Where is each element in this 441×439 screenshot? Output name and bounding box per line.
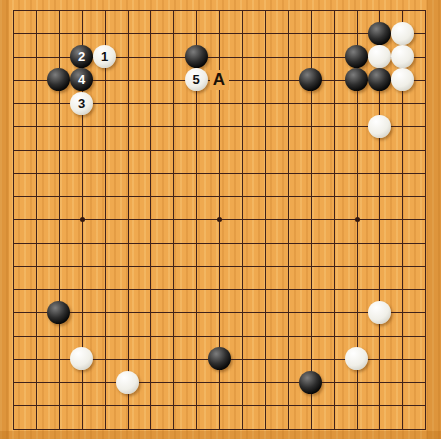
- intersection[interactable]: [391, 324, 414, 347]
- intersection[interactable]: [116, 347, 139, 370]
- intersection[interactable]: [162, 68, 185, 91]
- intersection[interactable]: [70, 208, 93, 231]
- intersection[interactable]: [345, 347, 368, 370]
- point-label-A[interactable]: A: [210, 70, 229, 90]
- intersection[interactable]: [208, 91, 231, 114]
- intersection[interactable]: [230, 0, 253, 22]
- intersection[interactable]: [2, 417, 25, 439]
- intersection[interactable]: [276, 184, 299, 207]
- intersection[interactable]: [70, 324, 93, 347]
- intersection[interactable]: [322, 370, 345, 393]
- intersection[interactable]: [345, 91, 368, 114]
- intersection[interactable]: [185, 208, 208, 231]
- intersection[interactable]: [116, 45, 139, 68]
- intersection[interactable]: [185, 161, 208, 184]
- intersection[interactable]: [368, 417, 391, 439]
- intersection[interactable]: [116, 417, 139, 439]
- intersection[interactable]: [391, 394, 414, 417]
- intersection[interactable]: [47, 161, 70, 184]
- intersection[interactable]: [368, 115, 391, 138]
- intersection[interactable]: [139, 370, 162, 393]
- intersection[interactable]: [24, 115, 47, 138]
- intersection[interactable]: [139, 417, 162, 439]
- intersection[interactable]: [414, 22, 437, 45]
- intersection[interactable]: [24, 370, 47, 393]
- intersection[interactable]: [93, 91, 116, 114]
- intersection[interactable]: [414, 231, 437, 254]
- intersection[interactable]: [162, 138, 185, 161]
- intersection[interactable]: [24, 347, 47, 370]
- intersection[interactable]: [208, 184, 231, 207]
- intersection[interactable]: [139, 161, 162, 184]
- intersection[interactable]: [299, 370, 322, 393]
- intersection[interactable]: [368, 91, 391, 114]
- intersection[interactable]: [414, 138, 437, 161]
- intersection[interactable]: [139, 45, 162, 68]
- intersection[interactable]: [391, 0, 414, 22]
- intersection[interactable]: [208, 115, 231, 138]
- intersection[interactable]: [276, 394, 299, 417]
- intersection[interactable]: [414, 68, 437, 91]
- intersection[interactable]: [139, 208, 162, 231]
- intersection[interactable]: [2, 91, 25, 114]
- intersection[interactable]: [208, 254, 231, 277]
- intersection[interactable]: [230, 231, 253, 254]
- intersection[interactable]: [47, 324, 70, 347]
- intersection[interactable]: [322, 301, 345, 324]
- intersection[interactable]: [24, 394, 47, 417]
- intersection[interactable]: [253, 68, 276, 91]
- intersection[interactable]: [24, 254, 47, 277]
- intersection[interactable]: [391, 22, 414, 45]
- intersection[interactable]: [24, 0, 47, 22]
- intersection[interactable]: [162, 301, 185, 324]
- intersection[interactable]: [70, 301, 93, 324]
- intersection[interactable]: [230, 370, 253, 393]
- intersection[interactable]: [162, 22, 185, 45]
- intersection[interactable]: 5: [185, 68, 208, 91]
- intersection[interactable]: [345, 254, 368, 277]
- intersection[interactable]: [276, 254, 299, 277]
- intersection[interactable]: [322, 91, 345, 114]
- intersection[interactable]: [322, 68, 345, 91]
- intersection[interactable]: [116, 22, 139, 45]
- intersection[interactable]: [345, 68, 368, 91]
- intersection[interactable]: [230, 161, 253, 184]
- intersection[interactable]: [116, 231, 139, 254]
- intersection[interactable]: [47, 417, 70, 439]
- intersection[interactable]: [391, 45, 414, 68]
- intersection[interactable]: [47, 138, 70, 161]
- intersection[interactable]: [322, 231, 345, 254]
- intersection[interactable]: [322, 115, 345, 138]
- intersection[interactable]: [47, 277, 70, 300]
- intersection[interactable]: [139, 254, 162, 277]
- intersection[interactable]: [299, 115, 322, 138]
- intersection[interactable]: [185, 301, 208, 324]
- intersection[interactable]: [368, 254, 391, 277]
- intersection[interactable]: [70, 254, 93, 277]
- intersection[interactable]: [162, 208, 185, 231]
- intersection[interactable]: [299, 45, 322, 68]
- intersection[interactable]: [162, 370, 185, 393]
- intersection[interactable]: [345, 394, 368, 417]
- intersection[interactable]: [299, 68, 322, 91]
- intersection[interactable]: [93, 417, 116, 439]
- intersection[interactable]: [276, 370, 299, 393]
- intersection[interactable]: [185, 184, 208, 207]
- intersection[interactable]: [139, 301, 162, 324]
- intersection[interactable]: [139, 347, 162, 370]
- intersection[interactable]: [116, 161, 139, 184]
- intersection[interactable]: [276, 277, 299, 300]
- intersection[interactable]: [345, 22, 368, 45]
- intersection[interactable]: [322, 208, 345, 231]
- intersection[interactable]: [414, 324, 437, 347]
- intersection[interactable]: [391, 370, 414, 393]
- intersection[interactable]: [24, 138, 47, 161]
- intersection[interactable]: [208, 0, 231, 22]
- intersection[interactable]: [322, 417, 345, 439]
- intersection[interactable]: [322, 254, 345, 277]
- intersection[interactable]: [208, 277, 231, 300]
- intersection[interactable]: [116, 138, 139, 161]
- intersection[interactable]: [47, 347, 70, 370]
- intersection[interactable]: [368, 68, 391, 91]
- intersection[interactable]: [70, 277, 93, 300]
- intersection[interactable]: [93, 184, 116, 207]
- intersection[interactable]: [414, 254, 437, 277]
- intersection[interactable]: [2, 370, 25, 393]
- intersection[interactable]: [391, 208, 414, 231]
- intersection[interactable]: [322, 138, 345, 161]
- intersection[interactable]: [230, 184, 253, 207]
- intersection[interactable]: [2, 277, 25, 300]
- intersection[interactable]: [253, 231, 276, 254]
- intersection[interactable]: [139, 138, 162, 161]
- intersection[interactable]: [345, 138, 368, 161]
- intersection[interactable]: [414, 161, 437, 184]
- intersection[interactable]: [253, 370, 276, 393]
- intersection[interactable]: [162, 347, 185, 370]
- intersection[interactable]: [276, 138, 299, 161]
- intersection[interactable]: [230, 22, 253, 45]
- intersection[interactable]: [322, 277, 345, 300]
- intersection[interactable]: [276, 68, 299, 91]
- intersection[interactable]: [345, 277, 368, 300]
- intersection[interactable]: [299, 184, 322, 207]
- intersection[interactable]: [414, 347, 437, 370]
- intersection[interactable]: [2, 184, 25, 207]
- intersection[interactable]: [208, 208, 231, 231]
- intersection[interactable]: [162, 231, 185, 254]
- intersection[interactable]: [253, 394, 276, 417]
- intersection[interactable]: [24, 161, 47, 184]
- intersection[interactable]: [116, 208, 139, 231]
- intersection[interactable]: [24, 68, 47, 91]
- intersection[interactable]: [47, 370, 70, 393]
- intersection[interactable]: [368, 184, 391, 207]
- intersection[interactable]: [24, 208, 47, 231]
- intersection[interactable]: [70, 161, 93, 184]
- intersection[interactable]: [208, 138, 231, 161]
- intersection[interactable]: [345, 324, 368, 347]
- intersection[interactable]: [230, 91, 253, 114]
- intersection[interactable]: [47, 254, 70, 277]
- intersection[interactable]: [230, 68, 253, 91]
- intersection[interactable]: [185, 370, 208, 393]
- intersection[interactable]: [253, 347, 276, 370]
- intersection[interactable]: [368, 370, 391, 393]
- intersection[interactable]: [70, 231, 93, 254]
- intersection[interactable]: [253, 91, 276, 114]
- intersection[interactable]: [93, 347, 116, 370]
- intersection[interactable]: [47, 91, 70, 114]
- intersection[interactable]: [24, 417, 47, 439]
- intersection[interactable]: [299, 277, 322, 300]
- intersection[interactable]: [299, 138, 322, 161]
- intersection[interactable]: [139, 277, 162, 300]
- intersection[interactable]: [230, 301, 253, 324]
- intersection[interactable]: [276, 22, 299, 45]
- intersection[interactable]: [162, 45, 185, 68]
- intersection[interactable]: [391, 277, 414, 300]
- intersection[interactable]: [116, 324, 139, 347]
- intersection[interactable]: [345, 0, 368, 22]
- intersection[interactable]: [70, 138, 93, 161]
- intersection[interactable]: [299, 301, 322, 324]
- intersection[interactable]: [162, 394, 185, 417]
- intersection[interactable]: [93, 115, 116, 138]
- intersection[interactable]: [2, 115, 25, 138]
- intersection[interactable]: [276, 91, 299, 114]
- intersection[interactable]: [93, 394, 116, 417]
- intersection[interactable]: [2, 45, 25, 68]
- intersection[interactable]: [70, 417, 93, 439]
- intersection[interactable]: [322, 22, 345, 45]
- intersection[interactable]: [185, 0, 208, 22]
- intersection[interactable]: [47, 115, 70, 138]
- intersection[interactable]: [116, 277, 139, 300]
- intersection[interactable]: [345, 301, 368, 324]
- intersection[interactable]: [208, 231, 231, 254]
- intersection[interactable]: [139, 0, 162, 22]
- intersection[interactable]: [322, 324, 345, 347]
- intersection[interactable]: [162, 91, 185, 114]
- intersection[interactable]: [139, 394, 162, 417]
- intersection[interactable]: [322, 394, 345, 417]
- intersection[interactable]: [93, 138, 116, 161]
- intersection[interactable]: [391, 138, 414, 161]
- intersection[interactable]: [299, 161, 322, 184]
- intersection[interactable]: [299, 91, 322, 114]
- intersection[interactable]: [299, 324, 322, 347]
- intersection[interactable]: [299, 231, 322, 254]
- intersection[interactable]: [368, 301, 391, 324]
- intersection[interactable]: [253, 161, 276, 184]
- intersection[interactable]: [47, 184, 70, 207]
- intersection[interactable]: [162, 277, 185, 300]
- intersection[interactable]: [162, 254, 185, 277]
- intersection[interactable]: [368, 394, 391, 417]
- intersection[interactable]: [230, 254, 253, 277]
- intersection[interactable]: [253, 115, 276, 138]
- intersection[interactable]: [276, 347, 299, 370]
- intersection[interactable]: [116, 91, 139, 114]
- intersection[interactable]: [139, 231, 162, 254]
- intersection[interactable]: [414, 45, 437, 68]
- intersection[interactable]: [253, 45, 276, 68]
- intersection[interactable]: [299, 254, 322, 277]
- intersection[interactable]: [230, 417, 253, 439]
- intersection[interactable]: [391, 161, 414, 184]
- intersection[interactable]: [47, 394, 70, 417]
- intersection[interactable]: [230, 394, 253, 417]
- intersection[interactable]: [208, 370, 231, 393]
- intersection[interactable]: [185, 45, 208, 68]
- intersection[interactable]: [70, 115, 93, 138]
- intersection[interactable]: [345, 184, 368, 207]
- intersection[interactable]: [391, 301, 414, 324]
- intersection[interactable]: [162, 115, 185, 138]
- intersection[interactable]: [24, 277, 47, 300]
- intersection[interactable]: [208, 161, 231, 184]
- intersection[interactable]: [185, 231, 208, 254]
- intersection[interactable]: [208, 347, 231, 370]
- intersection[interactable]: [368, 22, 391, 45]
- intersection[interactable]: [116, 370, 139, 393]
- intersection[interactable]: [116, 394, 139, 417]
- intersection[interactable]: 1: [93, 45, 116, 68]
- intersection[interactable]: [253, 184, 276, 207]
- intersection[interactable]: [139, 68, 162, 91]
- intersection[interactable]: [208, 324, 231, 347]
- intersection[interactable]: [24, 22, 47, 45]
- intersection[interactable]: [24, 231, 47, 254]
- intersection[interactable]: [299, 394, 322, 417]
- intersection[interactable]: [414, 115, 437, 138]
- intersection[interactable]: [208, 45, 231, 68]
- intersection[interactable]: [414, 277, 437, 300]
- intersection[interactable]: [208, 394, 231, 417]
- intersection[interactable]: [139, 91, 162, 114]
- intersection[interactable]: [391, 115, 414, 138]
- intersection[interactable]: [116, 184, 139, 207]
- intersection[interactable]: 4: [70, 68, 93, 91]
- intersection[interactable]: [2, 138, 25, 161]
- intersection[interactable]: [139, 22, 162, 45]
- intersection[interactable]: [47, 22, 70, 45]
- intersection[interactable]: [322, 184, 345, 207]
- intersection[interactable]: A: [208, 68, 231, 91]
- intersection[interactable]: [162, 0, 185, 22]
- intersection[interactable]: [253, 301, 276, 324]
- intersection[interactable]: [322, 45, 345, 68]
- intersection[interactable]: [2, 347, 25, 370]
- intersection[interactable]: [47, 68, 70, 91]
- intersection[interactable]: [162, 184, 185, 207]
- intersection[interactable]: [368, 347, 391, 370]
- intersection[interactable]: [24, 324, 47, 347]
- intersection[interactable]: [24, 91, 47, 114]
- intersection[interactable]: [253, 22, 276, 45]
- intersection[interactable]: [253, 417, 276, 439]
- intersection[interactable]: [116, 115, 139, 138]
- intersection[interactable]: [2, 208, 25, 231]
- intersection[interactable]: [230, 324, 253, 347]
- intersection[interactable]: [253, 254, 276, 277]
- intersection[interactable]: [93, 208, 116, 231]
- intersection[interactable]: [414, 208, 437, 231]
- intersection[interactable]: [70, 184, 93, 207]
- intersection[interactable]: [70, 370, 93, 393]
- intersection[interactable]: [253, 277, 276, 300]
- intersection[interactable]: [2, 0, 25, 22]
- intersection[interactable]: [253, 138, 276, 161]
- intersection[interactable]: [230, 347, 253, 370]
- intersection[interactable]: [368, 208, 391, 231]
- intersection[interactable]: [276, 231, 299, 254]
- intersection[interactable]: [185, 115, 208, 138]
- intersection[interactable]: [139, 324, 162, 347]
- intersection[interactable]: [276, 301, 299, 324]
- intersection[interactable]: [345, 161, 368, 184]
- intersection[interactable]: [93, 277, 116, 300]
- intersection[interactable]: [208, 22, 231, 45]
- intersection[interactable]: [391, 91, 414, 114]
- intersection[interactable]: [391, 254, 414, 277]
- intersection[interactable]: [276, 45, 299, 68]
- intersection[interactable]: [414, 417, 437, 439]
- intersection[interactable]: [414, 301, 437, 324]
- intersection[interactable]: [345, 208, 368, 231]
- intersection[interactable]: [93, 370, 116, 393]
- intersection[interactable]: [2, 22, 25, 45]
- intersection[interactable]: [230, 115, 253, 138]
- intersection[interactable]: [116, 68, 139, 91]
- intersection[interactable]: [299, 22, 322, 45]
- intersection[interactable]: [2, 68, 25, 91]
- intersection[interactable]: [2, 231, 25, 254]
- intersection[interactable]: [139, 184, 162, 207]
- intersection[interactable]: 2: [70, 45, 93, 68]
- intersection[interactable]: [139, 115, 162, 138]
- intersection[interactable]: [93, 254, 116, 277]
- intersection[interactable]: [299, 417, 322, 439]
- intersection[interactable]: [47, 45, 70, 68]
- intersection[interactable]: [47, 0, 70, 22]
- intersection[interactable]: [345, 115, 368, 138]
- intersection[interactable]: [185, 254, 208, 277]
- intersection[interactable]: [322, 0, 345, 22]
- intersection[interactable]: [116, 301, 139, 324]
- intersection[interactable]: [116, 254, 139, 277]
- intersection[interactable]: [208, 301, 231, 324]
- intersection[interactable]: [368, 161, 391, 184]
- intersection[interactable]: [162, 324, 185, 347]
- intersection[interactable]: [93, 68, 116, 91]
- intersection[interactable]: [2, 161, 25, 184]
- intersection[interactable]: [368, 45, 391, 68]
- intersection[interactable]: [368, 231, 391, 254]
- intersection[interactable]: [414, 394, 437, 417]
- intersection[interactable]: [70, 394, 93, 417]
- intersection[interactable]: [230, 138, 253, 161]
- intersection[interactable]: [185, 324, 208, 347]
- intersection[interactable]: [230, 208, 253, 231]
- intersection[interactable]: [391, 184, 414, 207]
- intersection[interactable]: [345, 231, 368, 254]
